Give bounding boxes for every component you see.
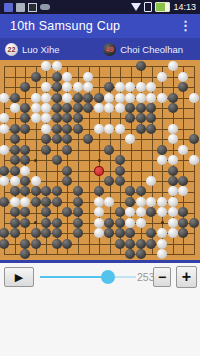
title-bar: 10th Samsung Cup ⋮ bbox=[0, 14, 200, 38]
black-stone bbox=[104, 82, 114, 92]
white-stone bbox=[41, 113, 51, 123]
white-stone bbox=[62, 93, 72, 103]
marked-stone bbox=[94, 166, 104, 176]
white-stone bbox=[136, 93, 146, 103]
next-move-button[interactable]: + bbox=[176, 266, 197, 288]
cloud-notification-icon bbox=[40, 4, 50, 10]
white-stone bbox=[0, 124, 9, 134]
black-stone bbox=[115, 166, 125, 176]
black-stone bbox=[125, 113, 135, 123]
black-stone bbox=[52, 228, 62, 238]
black-stone bbox=[125, 103, 135, 113]
black-stone bbox=[52, 113, 62, 123]
black-stone bbox=[157, 145, 167, 155]
black-stone bbox=[52, 134, 62, 144]
black-stone bbox=[62, 103, 72, 113]
black-stone bbox=[10, 186, 20, 196]
black-stone bbox=[41, 218, 51, 228]
black-stone bbox=[31, 239, 41, 249]
black-stone bbox=[52, 186, 62, 196]
black-stone bbox=[189, 218, 199, 228]
white-stone bbox=[83, 82, 93, 92]
black-stone bbox=[41, 134, 51, 144]
white-stone bbox=[83, 72, 93, 82]
black-stone bbox=[52, 239, 62, 249]
move-slider-active bbox=[40, 276, 108, 278]
white-stone bbox=[136, 207, 146, 217]
black-stone-icon: 49 bbox=[103, 43, 116, 56]
black-stone bbox=[125, 249, 135, 259]
black-stone bbox=[136, 186, 146, 196]
black-stone bbox=[52, 93, 62, 103]
white-stone bbox=[94, 124, 104, 134]
black-stone bbox=[20, 176, 30, 186]
white-stone bbox=[31, 113, 41, 123]
wifi-icon bbox=[131, 3, 141, 11]
black-stone bbox=[62, 207, 72, 217]
white-stone bbox=[136, 82, 146, 92]
black-stone bbox=[10, 155, 20, 165]
black-stone bbox=[20, 145, 30, 155]
black-stone bbox=[115, 207, 125, 217]
black-stone bbox=[62, 145, 72, 155]
white-stone bbox=[0, 113, 9, 123]
black-stone bbox=[73, 113, 83, 123]
black-stone bbox=[146, 207, 156, 217]
white-stone bbox=[157, 249, 167, 259]
white-stone bbox=[178, 145, 188, 155]
black-player-name: Choi Cheolhan bbox=[120, 44, 183, 55]
black-stone bbox=[62, 124, 72, 134]
black-stone bbox=[73, 93, 83, 103]
white-stone bbox=[157, 93, 167, 103]
white-stone bbox=[168, 61, 178, 71]
white-stone bbox=[168, 197, 178, 207]
black-stone bbox=[178, 176, 188, 186]
white-stone bbox=[104, 103, 114, 113]
black-stone bbox=[52, 155, 62, 165]
black-stone bbox=[146, 228, 156, 238]
white-stone bbox=[146, 82, 156, 92]
black-stone bbox=[31, 186, 41, 196]
black-stone bbox=[73, 197, 83, 207]
page-title: 10th Samsung Cup bbox=[10, 19, 120, 33]
black-stone bbox=[73, 218, 83, 228]
white-stone bbox=[41, 93, 51, 103]
black-stone bbox=[115, 228, 125, 238]
white-stone bbox=[168, 186, 178, 196]
playback-controls: ▶ 253 − + bbox=[0, 263, 200, 295]
black-stone bbox=[73, 103, 83, 113]
black-stone bbox=[10, 93, 20, 103]
white-stone bbox=[20, 166, 30, 176]
white-stone bbox=[94, 218, 104, 228]
white-stone bbox=[146, 93, 156, 103]
black-stone bbox=[20, 124, 30, 134]
white-stone bbox=[41, 61, 51, 71]
black-stone bbox=[168, 166, 178, 176]
go-board[interactable] bbox=[0, 60, 200, 260]
previous-move-button[interactable]: − bbox=[153, 267, 171, 287]
black-stone bbox=[41, 197, 51, 207]
black-stone bbox=[62, 166, 72, 176]
black-stone bbox=[62, 239, 72, 249]
black-stone bbox=[83, 103, 93, 113]
black-stone bbox=[94, 186, 104, 196]
black-player: 49 Choi Cheolhan bbox=[103, 43, 183, 56]
black-stone bbox=[94, 93, 104, 103]
white-stone bbox=[41, 103, 51, 113]
board-stones bbox=[0, 61, 199, 259]
black-stone bbox=[73, 228, 83, 238]
black-stone bbox=[10, 124, 20, 134]
white-stone bbox=[168, 134, 178, 144]
white-stone bbox=[115, 82, 125, 92]
black-stone bbox=[115, 239, 125, 249]
white-stone bbox=[168, 124, 178, 134]
black-stone bbox=[178, 82, 188, 92]
white-stone bbox=[94, 103, 104, 113]
black-stone bbox=[125, 186, 135, 196]
black-stone bbox=[20, 82, 30, 92]
black-stone bbox=[0, 228, 9, 238]
black-stone bbox=[125, 197, 135, 207]
system-icons: 14:13 bbox=[131, 0, 196, 14]
black-stone bbox=[62, 176, 72, 186]
go-app-screen: { "game": "go", "status_bar": { "time": … bbox=[0, 0, 200, 356]
white-stone bbox=[0, 176, 9, 186]
black-stone bbox=[0, 166, 9, 176]
black-stone bbox=[146, 124, 156, 134]
black-stone bbox=[10, 134, 20, 144]
black-stone bbox=[20, 103, 30, 113]
black-stone bbox=[189, 134, 199, 144]
black-stone bbox=[52, 197, 62, 207]
white-stone bbox=[10, 176, 20, 186]
white-stone bbox=[115, 93, 125, 103]
black-stone bbox=[52, 124, 62, 134]
screenshot-notification-icon bbox=[28, 3, 37, 12]
white-stone bbox=[115, 103, 125, 113]
black-stone bbox=[41, 228, 51, 238]
black-stone bbox=[146, 113, 156, 123]
white-stone bbox=[157, 228, 167, 238]
white-stone bbox=[104, 197, 114, 207]
download-notification-icon bbox=[16, 3, 25, 12]
white-stone bbox=[0, 145, 9, 155]
play-button[interactable]: ▶ bbox=[4, 267, 34, 287]
black-stone bbox=[136, 61, 146, 71]
status-bar: 14:13 bbox=[0, 0, 200, 14]
white-stone bbox=[104, 124, 114, 134]
black-stone bbox=[20, 218, 30, 228]
white-stone bbox=[157, 155, 167, 165]
white-stone bbox=[31, 93, 41, 103]
black-stone bbox=[83, 93, 93, 103]
white-stone bbox=[10, 197, 20, 207]
black-stone bbox=[0, 197, 9, 207]
black-stone bbox=[10, 218, 20, 228]
white-stone bbox=[157, 197, 167, 207]
black-stone bbox=[41, 207, 51, 217]
black-stone bbox=[10, 145, 20, 155]
white-stone-icon: 22 bbox=[5, 43, 18, 56]
white-stone bbox=[168, 228, 178, 238]
white-stone bbox=[168, 155, 178, 165]
black-stone bbox=[41, 186, 51, 196]
white-stone bbox=[157, 239, 167, 249]
white-stone bbox=[62, 72, 72, 82]
black-stone bbox=[41, 145, 51, 155]
white-stone bbox=[125, 93, 135, 103]
white-player: 22 Luo Xihe bbox=[5, 43, 60, 56]
black-stone bbox=[52, 72, 62, 82]
white-stone bbox=[146, 197, 156, 207]
black-stone bbox=[146, 103, 156, 113]
black-stone bbox=[168, 176, 178, 186]
black-stone bbox=[115, 176, 125, 186]
black-stone bbox=[20, 249, 30, 259]
white-stone bbox=[178, 72, 188, 82]
black-stone bbox=[73, 124, 83, 134]
black-stone bbox=[136, 124, 146, 134]
white-stone bbox=[73, 82, 83, 92]
white-stone bbox=[94, 228, 104, 238]
white-stone bbox=[136, 197, 146, 207]
black-stone bbox=[20, 207, 30, 217]
black-stone bbox=[20, 113, 30, 123]
black-stone bbox=[52, 103, 62, 113]
white-stone bbox=[41, 82, 51, 92]
white-stone bbox=[125, 218, 135, 228]
black-stone bbox=[168, 103, 178, 113]
white-stone bbox=[115, 124, 125, 134]
black-stone bbox=[20, 186, 30, 196]
white-stone bbox=[125, 82, 135, 92]
black-stone bbox=[73, 186, 83, 196]
black-stone bbox=[136, 103, 146, 113]
white-stone bbox=[52, 61, 62, 71]
black-stone bbox=[10, 207, 20, 217]
black-stone bbox=[52, 82, 62, 92]
black-stone bbox=[10, 228, 20, 238]
mobile-data-icon bbox=[144, 2, 152, 12]
white-stone bbox=[178, 186, 188, 196]
move-slider-thumb[interactable] bbox=[101, 270, 115, 284]
black-stone bbox=[136, 239, 146, 249]
black-stone bbox=[125, 228, 135, 238]
white-stone bbox=[157, 72, 167, 82]
white-stone bbox=[31, 103, 41, 113]
white-stone bbox=[94, 197, 104, 207]
white-stone bbox=[104, 93, 114, 103]
white-stone bbox=[125, 134, 135, 144]
black-stone bbox=[104, 145, 114, 155]
clock-text: 14:13 bbox=[173, 0, 196, 14]
black-stone bbox=[31, 197, 41, 207]
white-stone bbox=[189, 93, 199, 103]
white-player-name: Luo Xihe bbox=[22, 44, 60, 55]
black-stone bbox=[0, 239, 9, 249]
app-notification-icon bbox=[4, 3, 13, 12]
white-stone bbox=[62, 82, 72, 92]
black-stone bbox=[136, 113, 146, 123]
white-stone bbox=[157, 207, 167, 217]
white-stone bbox=[168, 218, 178, 228]
black-stone bbox=[20, 239, 30, 249]
black-stone bbox=[146, 239, 156, 249]
white-stone bbox=[136, 218, 146, 228]
white-stone bbox=[10, 103, 20, 113]
white-stone bbox=[146, 176, 156, 186]
black-stone bbox=[104, 218, 114, 228]
black-stone bbox=[168, 93, 178, 103]
white-stone bbox=[189, 155, 199, 165]
overflow-menu-icon[interactable]: ⋮ bbox=[179, 14, 192, 38]
black-stone bbox=[31, 72, 41, 82]
black-stone bbox=[104, 176, 114, 186]
notification-icons bbox=[4, 3, 50, 12]
white-stone bbox=[31, 176, 41, 186]
black-stone bbox=[115, 218, 125, 228]
white-stone bbox=[0, 93, 9, 103]
white-stone bbox=[94, 207, 104, 217]
black-stone bbox=[178, 218, 188, 228]
black-stone bbox=[125, 239, 135, 249]
white-stone bbox=[20, 197, 30, 207]
black-stone bbox=[62, 113, 72, 123]
black-stone bbox=[136, 249, 146, 259]
black-stone bbox=[83, 134, 93, 144]
black-stone bbox=[62, 134, 72, 144]
battery-icon bbox=[155, 2, 170, 12]
players-bar: 22 Luo Xihe 49 Choi Cheolhan bbox=[0, 38, 200, 60]
black-stone bbox=[31, 228, 41, 238]
white-stone bbox=[125, 207, 135, 217]
black-stone bbox=[178, 228, 188, 238]
white-stone bbox=[41, 124, 51, 134]
black-captures: 49 bbox=[106, 46, 114, 53]
black-stone bbox=[10, 166, 20, 176]
white-stone bbox=[168, 207, 178, 217]
black-stone bbox=[178, 207, 188, 217]
black-stone bbox=[20, 155, 30, 165]
board-area bbox=[0, 60, 200, 263]
black-stone bbox=[115, 155, 125, 165]
black-stone bbox=[52, 218, 62, 228]
black-stone bbox=[104, 228, 114, 238]
black-stone bbox=[73, 207, 83, 217]
white-captures: 22 bbox=[8, 46, 16, 53]
move-number: 253 bbox=[137, 271, 155, 283]
